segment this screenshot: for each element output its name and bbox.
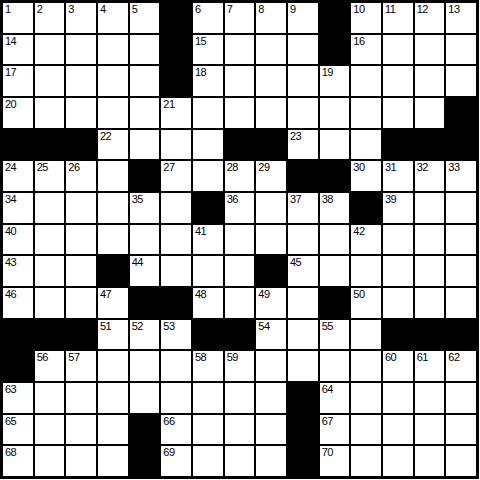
cell-r9c11[interactable]	[320, 256, 350, 286]
cell-r10c14[interactable]	[415, 288, 445, 318]
clue-number-39: 39	[385, 193, 396, 206]
cell-r12c10[interactable]	[288, 351, 318, 381]
cell-r11c11[interactable]: 55	[320, 320, 350, 350]
cell-r13c1[interactable]: 63	[3, 383, 33, 413]
cell-r2c12[interactable]: 16	[351, 35, 381, 65]
cell-r13c12[interactable]	[351, 383, 381, 413]
cell-r4c3[interactable]	[66, 98, 96, 128]
cell-r2c2[interactable]	[35, 35, 65, 65]
cell-r12c4[interactable]	[98, 351, 128, 381]
cell-r4c7[interactable]	[193, 98, 223, 128]
cell-r3c5[interactable]	[130, 66, 160, 96]
black-cell-r5c15	[446, 130, 476, 160]
clue-number-54: 54	[258, 320, 269, 333]
cell-r6c6[interactable]: 27	[161, 161, 191, 191]
black-cell-r11c7	[193, 320, 223, 350]
cell-r12c11[interactable]	[320, 351, 350, 381]
cell-r10c9[interactable]: 49	[256, 288, 286, 318]
black-cell-r4c15	[446, 98, 476, 128]
clue-number-5: 5	[132, 3, 138, 16]
cell-r11c6[interactable]: 53	[161, 320, 191, 350]
cell-r2c1[interactable]: 14	[3, 35, 33, 65]
cell-r1c9[interactable]: 8	[256, 3, 286, 33]
cell-r3c9[interactable]	[256, 66, 286, 96]
cell-r7c14[interactable]	[415, 193, 445, 223]
clue-number-19: 19	[322, 66, 333, 79]
clue-number-31: 31	[385, 161, 396, 174]
clue-number-37: 37	[290, 193, 301, 206]
cell-r13c3[interactable]	[66, 383, 96, 413]
black-cell-r5c14	[415, 130, 445, 160]
clue-number-6: 6	[195, 3, 201, 16]
cell-r7c6[interactable]	[161, 193, 191, 223]
black-cell-r11c13	[383, 320, 413, 350]
clue-number-69: 69	[163, 446, 174, 459]
cell-r10c1[interactable]: 46	[3, 288, 33, 318]
clue-number-9: 9	[290, 3, 296, 16]
cell-r1c1[interactable]: 1	[3, 3, 33, 33]
cell-r1c13[interactable]: 11	[383, 3, 413, 33]
clue-number-2: 2	[37, 3, 43, 16]
clue-number-53: 53	[163, 320, 174, 333]
cell-r13c4[interactable]	[98, 383, 128, 413]
cell-r7c15[interactable]	[446, 193, 476, 223]
cell-r11c9[interactable]: 54	[256, 320, 286, 350]
black-cell-r3c6	[161, 66, 191, 96]
clue-number-34: 34	[5, 193, 16, 206]
clue-number-66: 66	[163, 415, 174, 428]
black-cell-r15c10	[288, 446, 318, 476]
cell-r7c4[interactable]	[98, 193, 128, 223]
cell-r8c8[interactable]	[225, 225, 255, 255]
cell-r8c10[interactable]	[288, 225, 318, 255]
clue-number-68: 68	[5, 446, 16, 459]
cell-r12c13[interactable]: 60	[383, 351, 413, 381]
cell-r2c8[interactable]	[225, 35, 255, 65]
clue-number-60: 60	[385, 351, 396, 364]
cell-r14c15[interactable]	[446, 415, 476, 445]
cell-r15c9[interactable]	[256, 446, 286, 476]
cell-r14c3[interactable]	[66, 415, 96, 445]
clue-number-7: 7	[227, 3, 233, 16]
cell-r15c12[interactable]	[351, 446, 381, 476]
cell-r9c15[interactable]	[446, 256, 476, 286]
cell-r14c2[interactable]	[35, 415, 65, 445]
cell-r8c14[interactable]	[415, 225, 445, 255]
clue-number-70: 70	[322, 446, 333, 459]
cell-r12c8[interactable]: 59	[225, 351, 255, 381]
cell-r12c15[interactable]: 62	[446, 351, 476, 381]
cell-r7c11[interactable]: 38	[320, 193, 350, 223]
clue-number-20: 20	[5, 98, 16, 111]
crossword-page: 1234567891011121314151617181920212223242…	[0, 0, 480, 480]
clue-number-42: 42	[353, 225, 364, 238]
black-cell-r2c11	[320, 35, 350, 65]
black-cell-r11c1	[3, 320, 33, 350]
clue-number-33: 33	[448, 161, 459, 174]
cell-r7c2[interactable]	[35, 193, 65, 223]
cell-r3c8[interactable]	[225, 66, 255, 96]
cell-r10c12[interactable]: 50	[351, 288, 381, 318]
cell-r10c15[interactable]	[446, 288, 476, 318]
black-cell-r6c10	[288, 161, 318, 191]
clue-number-50: 50	[353, 288, 364, 301]
clue-number-58: 58	[195, 351, 206, 364]
clue-number-30: 30	[353, 161, 364, 174]
cell-r10c13[interactable]	[383, 288, 413, 318]
clue-number-27: 27	[163, 161, 174, 174]
cell-r4c13[interactable]	[383, 98, 413, 128]
black-cell-r5c8	[225, 130, 255, 160]
cell-r5c7[interactable]	[193, 130, 223, 160]
clue-number-40: 40	[5, 225, 16, 238]
cell-r10c7[interactable]: 48	[193, 288, 223, 318]
black-cell-r15c5	[130, 446, 160, 476]
cell-r15c13[interactable]	[383, 446, 413, 476]
black-cell-r2c6	[161, 35, 191, 65]
clue-number-10: 10	[353, 3, 364, 16]
cell-r12c3[interactable]: 57	[66, 351, 96, 381]
cell-r13c7[interactable]	[193, 383, 223, 413]
clue-number-18: 18	[195, 66, 206, 79]
cell-r6c14[interactable]: 32	[415, 161, 445, 191]
black-cell-r11c15	[446, 320, 476, 350]
cell-r1c5[interactable]: 5	[130, 3, 160, 33]
cell-r9c7[interactable]	[193, 256, 223, 286]
clue-number-17: 17	[5, 66, 16, 79]
clue-number-46: 46	[5, 288, 16, 301]
black-cell-r1c11	[320, 3, 350, 33]
cell-r13c11[interactable]: 64	[320, 383, 350, 413]
cell-r12c5[interactable]	[130, 351, 160, 381]
cell-r15c6[interactable]: 69	[161, 446, 191, 476]
black-cell-r5c1	[3, 130, 33, 160]
cell-r12c2[interactable]: 56	[35, 351, 65, 381]
cell-r4c12[interactable]	[351, 98, 381, 128]
cell-r10c10[interactable]	[288, 288, 318, 318]
cell-r8c11[interactable]	[320, 225, 350, 255]
cell-r8c13[interactable]	[383, 225, 413, 255]
cell-r15c1[interactable]: 68	[3, 446, 33, 476]
cell-r13c2[interactable]	[35, 383, 65, 413]
black-cell-r9c9	[256, 256, 286, 286]
cell-r3c10[interactable]	[288, 66, 318, 96]
cell-r4c6[interactable]: 21	[161, 98, 191, 128]
cell-r8c7[interactable]: 41	[193, 225, 223, 255]
cell-r12c7[interactable]: 58	[193, 351, 223, 381]
black-cell-r5c2	[35, 130, 65, 160]
clue-number-14: 14	[5, 35, 16, 48]
cell-r7c1[interactable]: 34	[3, 193, 33, 223]
clue-number-1: 1	[5, 3, 11, 16]
cell-r5c5[interactable]	[130, 130, 160, 160]
cell-r8c15[interactable]	[446, 225, 476, 255]
black-cell-r11c2	[35, 320, 65, 350]
cell-r4c10[interactable]	[288, 98, 318, 128]
cell-r11c4[interactable]: 51	[98, 320, 128, 350]
cell-r15c8[interactable]	[225, 446, 255, 476]
cell-r8c5[interactable]	[130, 225, 160, 255]
black-cell-r7c7	[193, 193, 223, 223]
black-cell-r6c5	[130, 161, 160, 191]
cell-r1c8[interactable]: 7	[225, 3, 255, 33]
cell-r6c7[interactable]	[193, 161, 223, 191]
cell-r9c2[interactable]	[35, 256, 65, 286]
clue-number-8: 8	[258, 3, 264, 16]
clue-number-24: 24	[5, 161, 16, 174]
cell-r5c12[interactable]	[351, 130, 381, 160]
cell-r14c13[interactable]	[383, 415, 413, 445]
clue-number-61: 61	[417, 351, 428, 364]
clue-number-23: 23	[290, 130, 301, 143]
cell-r14c8[interactable]	[225, 415, 255, 445]
cell-r3c14[interactable]	[415, 66, 445, 96]
cell-r14c1[interactable]: 65	[3, 415, 33, 445]
cell-r7c13[interactable]: 39	[383, 193, 413, 223]
cell-r10c3[interactable]	[66, 288, 96, 318]
cell-r2c10[interactable]	[288, 35, 318, 65]
clue-number-62: 62	[448, 351, 459, 364]
clue-number-49: 49	[258, 288, 269, 301]
cell-r12c9[interactable]	[256, 351, 286, 381]
cell-r6c1[interactable]: 24	[3, 161, 33, 191]
black-cell-r10c5	[130, 288, 160, 318]
cell-r14c9[interactable]	[256, 415, 286, 445]
cell-r9c5[interactable]: 44	[130, 256, 160, 286]
cell-r2c3[interactable]	[66, 35, 96, 65]
clue-number-45: 45	[290, 256, 301, 269]
black-cell-r9c4	[98, 256, 128, 286]
cell-r9c13[interactable]	[383, 256, 413, 286]
cell-r15c3[interactable]	[66, 446, 96, 476]
cell-r5c11[interactable]	[320, 130, 350, 160]
cell-r11c5[interactable]: 52	[130, 320, 160, 350]
cell-r15c14[interactable]	[415, 446, 445, 476]
cell-r14c12[interactable]	[351, 415, 381, 445]
black-cell-r1c6	[161, 3, 191, 33]
cell-r7c8[interactable]: 36	[225, 193, 255, 223]
cell-r4c1[interactable]: 20	[3, 98, 33, 128]
cell-r9c8[interactable]	[225, 256, 255, 286]
cell-r8c6[interactable]	[161, 225, 191, 255]
cell-r4c4[interactable]	[98, 98, 128, 128]
cell-r6c8[interactable]: 28	[225, 161, 255, 191]
cell-r2c13[interactable]	[383, 35, 413, 65]
crossword-grid: 1234567891011121314151617181920212223242…	[0, 0, 479, 479]
clue-number-21: 21	[163, 98, 174, 111]
cell-r9c12[interactable]	[351, 256, 381, 286]
cell-r15c2[interactable]	[35, 446, 65, 476]
cell-r4c5[interactable]	[130, 98, 160, 128]
cell-r2c9[interactable]	[256, 35, 286, 65]
cell-r2c7[interactable]: 15	[193, 35, 223, 65]
clue-number-29: 29	[258, 161, 269, 174]
cell-r1c4[interactable]: 4	[98, 3, 128, 33]
cell-r2c4[interactable]	[98, 35, 128, 65]
cell-r14c7[interactable]	[193, 415, 223, 445]
cell-r1c7[interactable]: 6	[193, 3, 223, 33]
black-cell-r11c3	[66, 320, 96, 350]
cell-r4c2[interactable]	[35, 98, 65, 128]
cell-r7c10[interactable]: 37	[288, 193, 318, 223]
black-cell-r13c10	[288, 383, 318, 413]
cell-r8c9[interactable]	[256, 225, 286, 255]
cell-r12c14[interactable]: 61	[415, 351, 445, 381]
cell-r2c14[interactable]	[415, 35, 445, 65]
clue-number-64: 64	[322, 383, 333, 396]
clue-number-32: 32	[417, 161, 428, 174]
cell-r11c12[interactable]	[351, 320, 381, 350]
clue-number-15: 15	[195, 35, 206, 48]
cell-r5c4[interactable]: 22	[98, 130, 128, 160]
clue-number-13: 13	[448, 3, 459, 16]
cell-r4c14[interactable]	[415, 98, 445, 128]
clue-number-35: 35	[132, 193, 143, 206]
cell-r9c10[interactable]: 45	[288, 256, 318, 286]
cell-r11c10[interactable]	[288, 320, 318, 350]
cell-r1c10[interactable]: 9	[288, 3, 318, 33]
cell-r3c15[interactable]	[446, 66, 476, 96]
cell-r1c12[interactable]: 10	[351, 3, 381, 33]
cell-r6c12[interactable]: 30	[351, 161, 381, 191]
clue-number-28: 28	[227, 161, 238, 174]
black-cell-r11c14	[415, 320, 445, 350]
cell-r4c9[interactable]	[256, 98, 286, 128]
cell-r7c5[interactable]: 35	[130, 193, 160, 223]
clue-number-63: 63	[5, 383, 16, 396]
clue-number-56: 56	[37, 351, 48, 364]
cell-r9c1[interactable]: 43	[3, 256, 33, 286]
black-cell-r6c11	[320, 161, 350, 191]
cell-r13c13[interactable]	[383, 383, 413, 413]
cell-r8c2[interactable]	[35, 225, 65, 255]
cell-r6c3[interactable]: 26	[66, 161, 96, 191]
cell-r7c3[interactable]	[66, 193, 96, 223]
cell-r8c3[interactable]	[66, 225, 96, 255]
cell-r13c14[interactable]	[415, 383, 445, 413]
cell-r13c8[interactable]	[225, 383, 255, 413]
clue-number-52: 52	[132, 320, 143, 333]
clue-number-41: 41	[195, 225, 206, 238]
clue-number-67: 67	[322, 415, 333, 428]
cell-r8c12[interactable]: 42	[351, 225, 381, 255]
cell-r1c2[interactable]: 2	[35, 3, 65, 33]
black-cell-r5c9	[256, 130, 286, 160]
clue-number-38: 38	[322, 193, 333, 206]
black-cell-r5c13	[383, 130, 413, 160]
cell-r3c11[interactable]: 19	[320, 66, 350, 96]
clue-number-55: 55	[322, 320, 333, 333]
cell-r3c4[interactable]	[98, 66, 128, 96]
cell-r14c6[interactable]: 66	[161, 415, 191, 445]
clue-number-65: 65	[5, 415, 16, 428]
cell-r8c4[interactable]	[98, 225, 128, 255]
clue-number-47: 47	[100, 288, 111, 301]
cell-r3c3[interactable]	[66, 66, 96, 96]
cell-r14c4[interactable]	[98, 415, 128, 445]
clue-number-3: 3	[68, 3, 74, 16]
cell-r14c11[interactable]: 67	[320, 415, 350, 445]
clue-number-25: 25	[37, 161, 48, 174]
cell-r12c6[interactable]	[161, 351, 191, 381]
cell-r3c7[interactable]: 18	[193, 66, 223, 96]
cell-r4c8[interactable]	[225, 98, 255, 128]
cell-r10c4[interactable]: 47	[98, 288, 128, 318]
cell-r6c13[interactable]: 31	[383, 161, 413, 191]
cell-r15c11[interactable]: 70	[320, 446, 350, 476]
cell-r3c12[interactable]	[351, 66, 381, 96]
cell-r6c2[interactable]: 25	[35, 161, 65, 191]
cell-r6c9[interactable]: 29	[256, 161, 286, 191]
black-cell-r11c8	[225, 320, 255, 350]
cell-r2c15[interactable]	[446, 35, 476, 65]
clue-number-57: 57	[68, 351, 79, 364]
black-cell-r7c12	[351, 193, 381, 223]
clue-number-48: 48	[195, 288, 206, 301]
cell-r5c6[interactable]	[161, 130, 191, 160]
cell-r13c6[interactable]	[161, 383, 191, 413]
cell-r9c14[interactable]	[415, 256, 445, 286]
black-cell-r14c10	[288, 415, 318, 445]
clue-number-22: 22	[100, 130, 111, 143]
cell-r15c7[interactable]	[193, 446, 223, 476]
cell-r12c12[interactable]	[351, 351, 381, 381]
black-cell-r10c11	[320, 288, 350, 318]
cell-r10c8[interactable]	[225, 288, 255, 318]
cell-r3c1[interactable]: 17	[3, 66, 33, 96]
cell-r13c9[interactable]	[256, 383, 286, 413]
cell-r15c4[interactable]	[98, 446, 128, 476]
cell-r14c14[interactable]	[415, 415, 445, 445]
black-cell-r10c6	[161, 288, 191, 318]
clue-number-26: 26	[68, 161, 79, 174]
black-cell-r14c5	[130, 415, 160, 445]
cell-r13c5[interactable]	[130, 383, 160, 413]
black-cell-r5c3	[66, 130, 96, 160]
clue-number-16: 16	[353, 35, 364, 48]
black-cell-r12c1	[3, 351, 33, 381]
clue-number-51: 51	[100, 320, 111, 333]
cell-r10c2[interactable]	[35, 288, 65, 318]
cell-r3c2[interactable]	[35, 66, 65, 96]
cell-r15c15[interactable]	[446, 446, 476, 476]
cell-r7c9[interactable]	[256, 193, 286, 223]
cell-r3c13[interactable]	[383, 66, 413, 96]
cell-r5c10[interactable]: 23	[288, 130, 318, 160]
cell-r1c15[interactable]: 13	[446, 3, 476, 33]
clue-number-36: 36	[227, 193, 238, 206]
clue-number-12: 12	[417, 3, 428, 16]
cell-r1c14[interactable]: 12	[415, 3, 445, 33]
cell-r8c1[interactable]: 40	[3, 225, 33, 255]
clue-number-44: 44	[132, 256, 143, 269]
cell-r2c5[interactable]	[130, 35, 160, 65]
cell-r1c3[interactable]: 3	[66, 3, 96, 33]
cell-r9c3[interactable]	[66, 256, 96, 286]
clue-number-4: 4	[100, 3, 106, 16]
clue-number-59: 59	[227, 351, 238, 364]
clue-number-43: 43	[5, 256, 16, 269]
cell-r4c11[interactable]	[320, 98, 350, 128]
cell-r13c15[interactable]	[446, 383, 476, 413]
cell-r6c15[interactable]: 33	[446, 161, 476, 191]
cell-r9c6[interactable]	[161, 256, 191, 286]
clue-number-11: 11	[385, 3, 395, 16]
cell-r6c4[interactable]	[98, 161, 128, 191]
